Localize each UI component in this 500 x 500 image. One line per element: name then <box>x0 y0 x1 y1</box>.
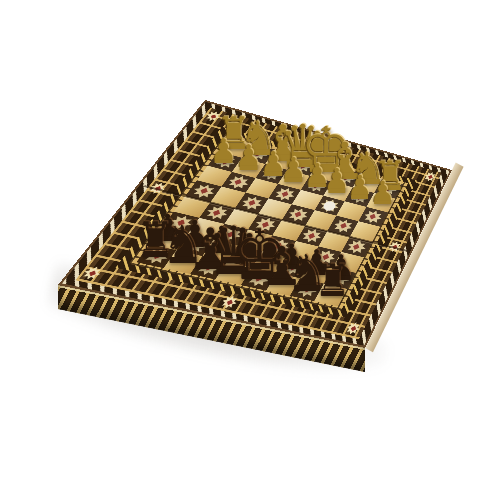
star-medallion <box>318 142 335 155</box>
star-medallion <box>423 171 438 183</box>
photo-background: ♜♞♝♛♚♝♞♜♟♟♟♟♟♟♟♟♟♟♟♟♟♟♟♟♜♞♝♛♚♝♞♜ <box>0 0 500 500</box>
star-medallion <box>203 110 223 123</box>
star-medallion <box>344 321 363 336</box>
chip-mark <box>321 200 338 212</box>
star-medallion <box>219 294 240 310</box>
